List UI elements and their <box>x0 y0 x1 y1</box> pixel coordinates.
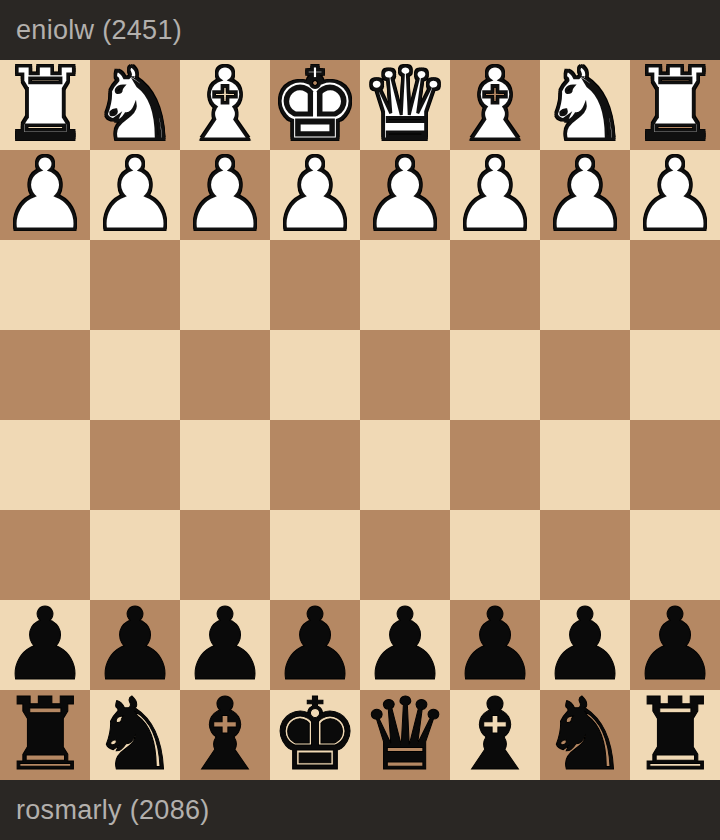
square-g4[interactable] <box>90 330 180 420</box>
piece-wP-h2[interactable]: ♟ <box>0 150 90 240</box>
square-e1[interactable]: ♚ <box>270 60 360 150</box>
square-b8[interactable]: ♞ <box>540 690 630 780</box>
square-e4[interactable] <box>270 330 360 420</box>
piece-bK-e8[interactable]: ♚ <box>270 690 360 780</box>
piece-wN-b1[interactable]: ♞ <box>540 60 630 150</box>
square-f7[interactable]: ♟ <box>180 600 270 690</box>
square-h4[interactable] <box>0 330 90 420</box>
square-g7[interactable]: ♟ <box>90 600 180 690</box>
square-d8[interactable]: ♛ <box>360 690 450 780</box>
piece-wB-c1[interactable]: ♝ <box>450 60 540 150</box>
square-f5[interactable] <box>180 420 270 510</box>
piece-wQ-d1[interactable]: ♛ <box>360 60 450 150</box>
piece-bR-a8[interactable]: ♜ <box>630 690 720 780</box>
square-b6[interactable] <box>540 510 630 600</box>
square-e2[interactable]: ♟ <box>270 150 360 240</box>
piece-wB-f1[interactable]: ♝ <box>180 60 270 150</box>
square-f8[interactable]: ♝ <box>180 690 270 780</box>
bottom-player-label: rosmarly (2086) <box>16 795 210 826</box>
square-f1[interactable]: ♝ <box>180 60 270 150</box>
piece-wK-e1[interactable]: ♚ <box>270 60 360 150</box>
square-d3[interactable] <box>360 240 450 330</box>
square-f4[interactable] <box>180 330 270 420</box>
piece-wP-g2[interactable]: ♟ <box>90 150 180 240</box>
piece-bN-b8[interactable]: ♞ <box>540 690 630 780</box>
piece-bB-c8[interactable]: ♝ <box>450 690 540 780</box>
square-b7[interactable]: ♟ <box>540 600 630 690</box>
square-h8[interactable]: ♜ <box>0 690 90 780</box>
square-g5[interactable] <box>90 420 180 510</box>
piece-wP-d2[interactable]: ♟ <box>360 150 450 240</box>
piece-wP-b2[interactable]: ♟ <box>540 150 630 240</box>
square-f3[interactable] <box>180 240 270 330</box>
square-a5[interactable] <box>630 420 720 510</box>
square-g1[interactable]: ♞ <box>90 60 180 150</box>
square-d2[interactable]: ♟ <box>360 150 450 240</box>
piece-bP-f7[interactable]: ♟ <box>180 600 270 690</box>
square-h2[interactable]: ♟ <box>0 150 90 240</box>
square-a7[interactable]: ♟ <box>630 600 720 690</box>
square-b1[interactable]: ♞ <box>540 60 630 150</box>
piece-bP-h7[interactable]: ♟ <box>0 600 90 690</box>
square-b5[interactable] <box>540 420 630 510</box>
square-g3[interactable] <box>90 240 180 330</box>
square-e8[interactable]: ♚ <box>270 690 360 780</box>
square-c5[interactable] <box>450 420 540 510</box>
piece-wP-e2[interactable]: ♟ <box>270 150 360 240</box>
piece-bR-h8[interactable]: ♜ <box>0 690 90 780</box>
square-g8[interactable]: ♞ <box>90 690 180 780</box>
piece-bP-b7[interactable]: ♟ <box>540 600 630 690</box>
piece-bP-g7[interactable]: ♟ <box>90 600 180 690</box>
piece-bP-c7[interactable]: ♟ <box>450 600 540 690</box>
square-g6[interactable] <box>90 510 180 600</box>
square-c6[interactable] <box>450 510 540 600</box>
square-c1[interactable]: ♝ <box>450 60 540 150</box>
square-d7[interactable]: ♟ <box>360 600 450 690</box>
square-b4[interactable] <box>540 330 630 420</box>
square-e3[interactable] <box>270 240 360 330</box>
piece-bN-g8[interactable]: ♞ <box>90 690 180 780</box>
square-d6[interactable] <box>360 510 450 600</box>
square-c3[interactable] <box>450 240 540 330</box>
square-c7[interactable]: ♟ <box>450 600 540 690</box>
piece-bB-f8[interactable]: ♝ <box>180 690 270 780</box>
square-a4[interactable] <box>630 330 720 420</box>
piece-wN-g1[interactable]: ♞ <box>90 60 180 150</box>
square-f2[interactable]: ♟ <box>180 150 270 240</box>
square-b3[interactable] <box>540 240 630 330</box>
piece-wP-f2[interactable]: ♟ <box>180 150 270 240</box>
piece-wP-a2[interactable]: ♟ <box>630 150 720 240</box>
square-d1[interactable]: ♛ <box>360 60 450 150</box>
square-e6[interactable] <box>270 510 360 600</box>
square-a2[interactable]: ♟ <box>630 150 720 240</box>
square-a3[interactable] <box>630 240 720 330</box>
square-d4[interactable] <box>360 330 450 420</box>
square-b2[interactable]: ♟ <box>540 150 630 240</box>
square-c4[interactable] <box>450 330 540 420</box>
square-g2[interactable]: ♟ <box>90 150 180 240</box>
piece-bP-d7[interactable]: ♟ <box>360 600 450 690</box>
top-player-label: eniolw (2451) <box>16 15 182 46</box>
square-f6[interactable] <box>180 510 270 600</box>
square-c2[interactable]: ♟ <box>450 150 540 240</box>
chess-app: eniolw (2451) ♜♞♝♚♛♝♞♜♟♟♟♟♟♟♟♟♟♟♟♟♟♟♟♟♜♞… <box>0 0 720 840</box>
piece-bP-e7[interactable]: ♟ <box>270 600 360 690</box>
piece-bP-a7[interactable]: ♟ <box>630 600 720 690</box>
square-d5[interactable] <box>360 420 450 510</box>
square-e5[interactable] <box>270 420 360 510</box>
square-a8[interactable]: ♜ <box>630 690 720 780</box>
chess-board[interactable]: ♜♞♝♚♛♝♞♜♟♟♟♟♟♟♟♟♟♟♟♟♟♟♟♟♜♞♝♚♛♝♞♜ <box>0 60 720 780</box>
square-c8[interactable]: ♝ <box>450 690 540 780</box>
square-h7[interactable]: ♟ <box>0 600 90 690</box>
square-a1[interactable]: ♜ <box>630 60 720 150</box>
piece-wR-h1[interactable]: ♜ <box>0 60 90 150</box>
bottom-player-bar: rosmarly (2086) <box>0 780 720 840</box>
piece-wP-c2[interactable]: ♟ <box>450 150 540 240</box>
top-player-bar: eniolw (2451) <box>0 0 720 60</box>
piece-bQ-d8[interactable]: ♛ <box>360 690 450 780</box>
square-h1[interactable]: ♜ <box>0 60 90 150</box>
square-h5[interactable] <box>0 420 90 510</box>
piece-wR-a1[interactable]: ♜ <box>630 60 720 150</box>
square-h3[interactable] <box>0 240 90 330</box>
square-a6[interactable] <box>630 510 720 600</box>
square-h6[interactable] <box>0 510 90 600</box>
square-e7[interactable]: ♟ <box>270 600 360 690</box>
